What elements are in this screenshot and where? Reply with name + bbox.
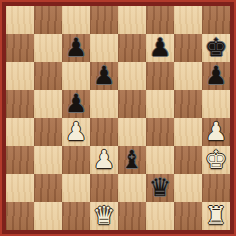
square-c6[interactable] [62, 62, 90, 90]
square-e2[interactable] [118, 174, 146, 202]
square-c7[interactable]: ♟ [62, 34, 90, 62]
square-b5[interactable] [34, 90, 62, 118]
square-a1[interactable] [6, 202, 34, 230]
white-rook-h1[interactable]: ♜ [205, 203, 227, 228]
white-pawn-h4[interactable]: ♟ [205, 119, 227, 144]
square-d1[interactable]: ♛ [90, 202, 118, 230]
square-b2[interactable] [34, 174, 62, 202]
square-e1[interactable] [118, 202, 146, 230]
square-a8[interactable] [6, 6, 34, 34]
square-b6[interactable] [34, 62, 62, 90]
square-e4[interactable] [118, 118, 146, 146]
square-a3[interactable] [6, 146, 34, 174]
white-king-h3[interactable]: ♚ [205, 147, 227, 172]
black-pawn-h6[interactable]: ♟ [205, 63, 227, 88]
black-king-h7[interactable]: ♚ [205, 35, 227, 60]
square-b3[interactable] [34, 146, 62, 174]
square-f4[interactable] [146, 118, 174, 146]
black-pawn-f7[interactable]: ♟ [149, 35, 171, 60]
square-a7[interactable] [6, 34, 34, 62]
square-e8[interactable] [118, 6, 146, 34]
chess-board: ♟♟♚♟♟♟♟♟♟♝♚♛♛♜ [6, 6, 230, 230]
square-h2[interactable] [202, 174, 230, 202]
square-d5[interactable] [90, 90, 118, 118]
black-bishop-e3[interactable]: ♝ [121, 147, 143, 172]
square-b4[interactable] [34, 118, 62, 146]
square-d3[interactable]: ♟ [90, 146, 118, 174]
square-h6[interactable]: ♟ [202, 62, 230, 90]
square-h1[interactable]: ♜ [202, 202, 230, 230]
black-pawn-c7[interactable]: ♟ [65, 35, 87, 60]
chess-board-frame: ♟♟♚♟♟♟♟♟♟♝♚♛♛♜ [0, 0, 236, 236]
square-g1[interactable] [174, 202, 202, 230]
square-d8[interactable] [90, 6, 118, 34]
square-a5[interactable] [6, 90, 34, 118]
square-e3[interactable]: ♝ [118, 146, 146, 174]
square-c1[interactable] [62, 202, 90, 230]
square-b7[interactable] [34, 34, 62, 62]
square-b8[interactable] [34, 6, 62, 34]
square-g7[interactable] [174, 34, 202, 62]
square-a4[interactable] [6, 118, 34, 146]
white-pawn-d3[interactable]: ♟ [93, 147, 115, 172]
square-c4[interactable]: ♟ [62, 118, 90, 146]
square-f2[interactable]: ♛ [146, 174, 174, 202]
square-g3[interactable] [174, 146, 202, 174]
black-pawn-c5[interactable]: ♟ [65, 91, 87, 116]
square-h5[interactable] [202, 90, 230, 118]
square-g5[interactable] [174, 90, 202, 118]
square-h4[interactable]: ♟ [202, 118, 230, 146]
square-e5[interactable] [118, 90, 146, 118]
square-c3[interactable] [62, 146, 90, 174]
black-queen-f2[interactable]: ♛ [149, 175, 171, 200]
square-e7[interactable] [118, 34, 146, 62]
square-g6[interactable] [174, 62, 202, 90]
square-h7[interactable]: ♚ [202, 34, 230, 62]
square-f6[interactable] [146, 62, 174, 90]
black-pawn-d6[interactable]: ♟ [93, 63, 115, 88]
white-queen-d1[interactable]: ♛ [93, 203, 115, 228]
square-d4[interactable] [90, 118, 118, 146]
square-d6[interactable]: ♟ [90, 62, 118, 90]
square-h3[interactable]: ♚ [202, 146, 230, 174]
square-d2[interactable] [90, 174, 118, 202]
square-a6[interactable] [6, 62, 34, 90]
square-e6[interactable] [118, 62, 146, 90]
square-g2[interactable] [174, 174, 202, 202]
square-h8[interactable] [202, 6, 230, 34]
square-g8[interactable] [174, 6, 202, 34]
square-d7[interactable] [90, 34, 118, 62]
square-c5[interactable]: ♟ [62, 90, 90, 118]
square-b1[interactable] [34, 202, 62, 230]
square-f7[interactable]: ♟ [146, 34, 174, 62]
square-f8[interactable] [146, 6, 174, 34]
square-f3[interactable] [146, 146, 174, 174]
square-c2[interactable] [62, 174, 90, 202]
square-g4[interactable] [174, 118, 202, 146]
square-f5[interactable] [146, 90, 174, 118]
white-pawn-c4[interactable]: ♟ [65, 119, 87, 144]
square-c8[interactable] [62, 6, 90, 34]
square-f1[interactable] [146, 202, 174, 230]
square-a2[interactable] [6, 174, 34, 202]
